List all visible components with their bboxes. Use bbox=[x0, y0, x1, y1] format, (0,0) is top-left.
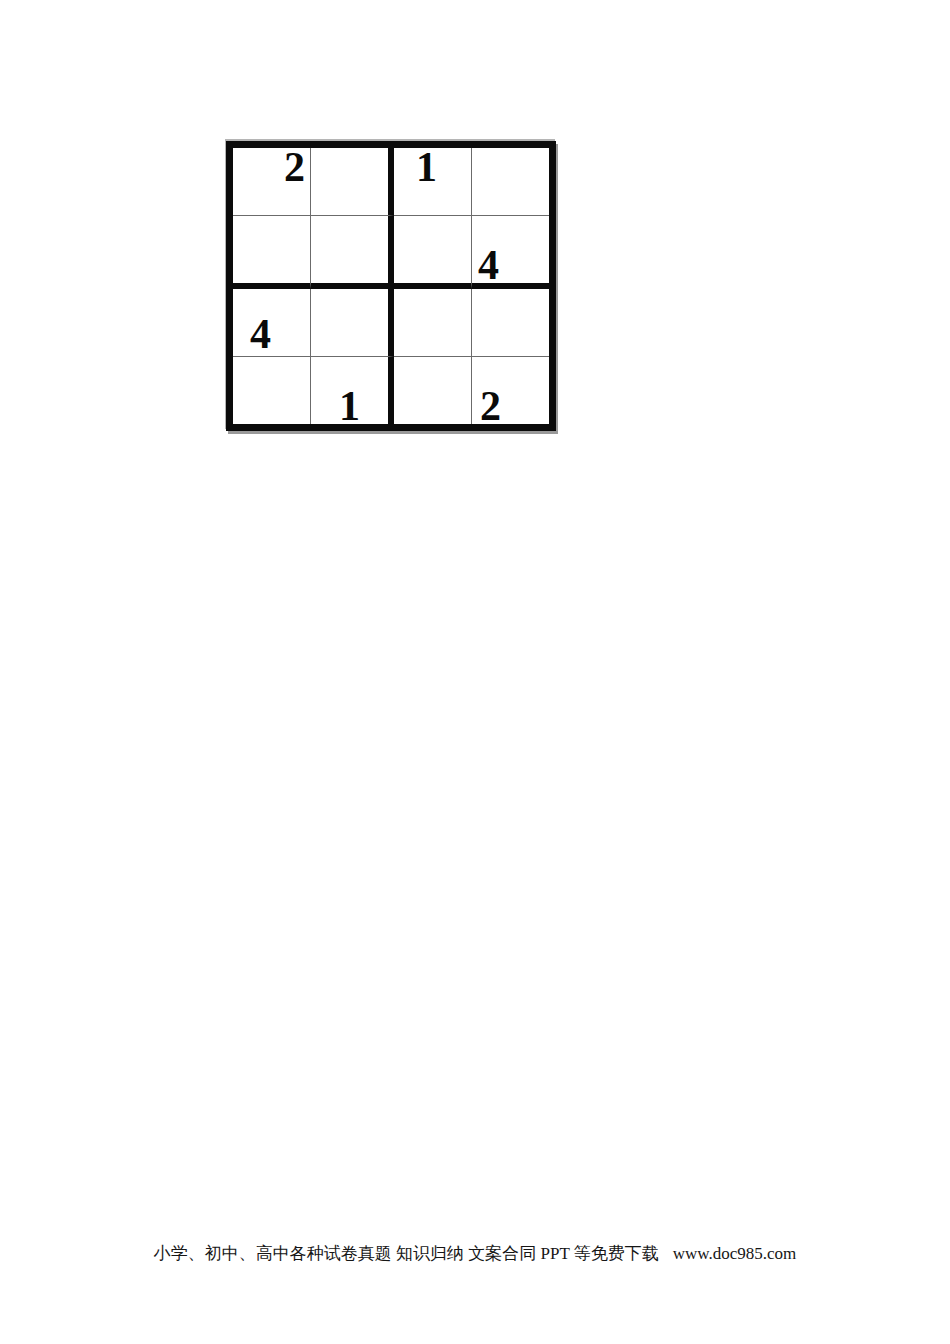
cell-r4c2: 1 bbox=[311, 357, 394, 424]
cell-r4c1 bbox=[233, 357, 311, 424]
given-digit: 2 bbox=[480, 388, 501, 424]
footer-watermark: 小学、初中、高中各种试卷真题 知识归纳 文案合同 PPT 等免费下载www.do… bbox=[0, 1243, 950, 1265]
given-digit: 4 bbox=[250, 316, 271, 352]
cell-r4c4: 2 bbox=[472, 357, 549, 424]
given-digit: 4 bbox=[478, 247, 499, 283]
cell-r1c3: 1 bbox=[394, 148, 472, 216]
given-digit: 1 bbox=[416, 149, 437, 185]
given-digit: 2 bbox=[284, 149, 305, 185]
sudoku-board: 2 1 4 4 1 2 bbox=[226, 141, 556, 431]
cell-r3c2 bbox=[311, 289, 394, 357]
cell-r2c2 bbox=[311, 216, 394, 289]
cell-r2c4: 4 bbox=[472, 216, 549, 289]
cell-r2c1 bbox=[233, 216, 311, 289]
cell-r1c2 bbox=[311, 148, 394, 216]
cell-r3c1: 4 bbox=[233, 289, 311, 357]
cell-r4c3 bbox=[394, 357, 472, 424]
footer-text: 小学、初中、高中各种试卷真题 知识归纳 文案合同 PPT 等免费下载 bbox=[154, 1244, 659, 1263]
cell-r1c4 bbox=[472, 148, 549, 216]
given-digit: 1 bbox=[339, 388, 360, 424]
worksheet-page: 2 1 4 4 1 2 小学、初中、高中各种试卷真题 知识归纳 文案合同 PPT… bbox=[0, 0, 950, 1344]
cell-r1c1: 2 bbox=[233, 148, 311, 216]
cell-r3c3 bbox=[394, 289, 472, 357]
footer-url: www.doc985.com bbox=[673, 1244, 797, 1263]
cell-r3c4 bbox=[472, 289, 549, 357]
cell-r2c3 bbox=[394, 216, 472, 289]
